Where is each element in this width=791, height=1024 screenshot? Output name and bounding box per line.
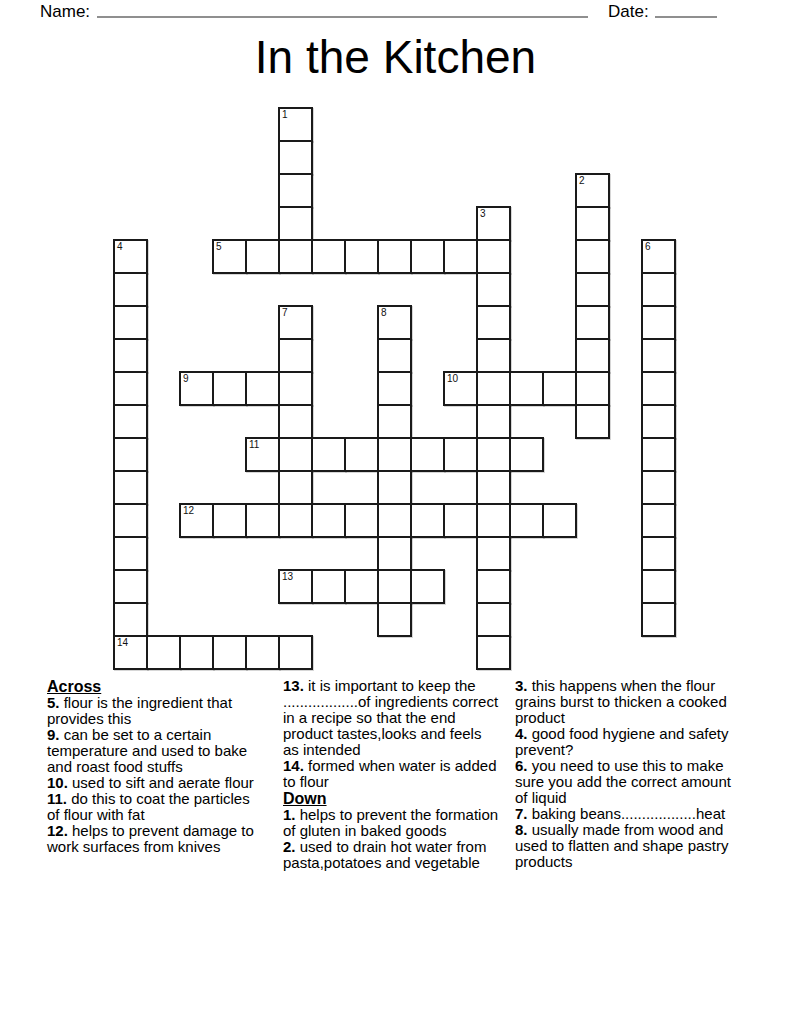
cell-r8c13[interactable] — [542, 371, 577, 406]
cell-r4c4[interactable] — [245, 239, 280, 274]
cell-r15c8[interactable] — [377, 602, 412, 637]
cell-r14c11[interactable] — [476, 569, 511, 604]
cell-r8c14[interactable] — [575, 371, 610, 406]
cell-number-1: 1 — [282, 109, 288, 121]
cell-r12c8[interactable] — [377, 503, 412, 538]
cell-r6c16[interactable] — [641, 305, 676, 340]
cell-r14c0[interactable] — [113, 569, 148, 604]
clue-number: 3. — [515, 677, 532, 694]
cell-r4c3[interactable]: 5 — [212, 239, 247, 274]
cell-r15c0[interactable] — [113, 602, 148, 637]
cell-r8c10[interactable]: 10 — [443, 371, 478, 406]
cell-r5c11[interactable] — [476, 272, 511, 307]
name-input-line[interactable] — [97, 0, 588, 18]
cell-r9c5[interactable] — [278, 404, 313, 439]
cell-r10c16[interactable] — [641, 437, 676, 472]
down-header: Down — [283, 790, 501, 807]
cell-r14c6[interactable] — [311, 569, 346, 604]
cell-r14c5[interactable]: 13 — [278, 569, 313, 604]
cell-r12c4[interactable] — [245, 503, 280, 538]
cell-r8c4[interactable] — [245, 371, 280, 406]
cell-r8c3[interactable] — [212, 371, 247, 406]
cell-r8c5[interactable] — [278, 371, 313, 406]
clue-number: 7. — [515, 805, 532, 822]
clue-number: 9. — [47, 726, 64, 743]
cell-r3c5[interactable] — [278, 206, 313, 241]
clue-number: 10. — [47, 774, 72, 791]
cell-r4c7[interactable] — [344, 239, 379, 274]
cell-number-9: 9 — [183, 373, 189, 385]
clue-down-8: 8. usually made from wood and used to fl… — [515, 822, 733, 870]
cell-number-2: 2 — [579, 175, 585, 187]
cell-r11c5[interactable] — [278, 470, 313, 505]
cell-r6c11[interactable] — [476, 305, 511, 340]
cell-r16c0[interactable]: 14 — [113, 635, 148, 670]
cell-r4c10[interactable] — [443, 239, 478, 274]
page-title: In the Kitchen — [0, 31, 791, 83]
clue-across-9: 9. can be set to a certain temperature a… — [47, 727, 265, 775]
clue-down-2: 2. used to drain hot water from pasta,po… — [283, 839, 501, 871]
cell-r13c8[interactable] — [377, 536, 412, 571]
cell-r8c8[interactable] — [377, 371, 412, 406]
cell-r12c12[interactable] — [509, 503, 544, 538]
cell-r7c5[interactable] — [278, 338, 313, 373]
clue-column-left: Across5. flour is the ingredient that pr… — [47, 678, 265, 855]
clue-number: 4. — [515, 725, 532, 742]
cell-number-12: 12 — [183, 505, 194, 517]
cell-r4c5[interactable] — [278, 239, 313, 274]
cell-number-4: 4 — [117, 241, 123, 253]
cell-number-7: 7 — [282, 307, 288, 319]
cell-r3c14[interactable] — [575, 206, 610, 241]
cell-r10c7[interactable] — [344, 437, 379, 472]
clue-across-5: 5. flour is the ingredient that provides… — [47, 695, 265, 727]
cell-r12c0[interactable] — [113, 503, 148, 538]
cell-r7c8[interactable] — [377, 338, 412, 373]
cell-r0c5[interactable]: 1 — [278, 107, 313, 142]
cell-r6c8[interactable]: 8 — [377, 305, 412, 340]
cell-r16c11[interactable] — [476, 635, 511, 670]
cell-r7c16[interactable] — [641, 338, 676, 373]
clue-number: 5. — [47, 694, 64, 711]
cell-r12c3[interactable] — [212, 503, 247, 538]
cell-r11c16[interactable] — [641, 470, 676, 505]
cell-r10c4[interactable]: 11 — [245, 437, 280, 472]
clue-down-6: 6. you need to use this to make sure you… — [515, 758, 733, 806]
cell-r16c1[interactable] — [146, 635, 181, 670]
cell-number-8: 8 — [381, 307, 387, 319]
cell-r4c16[interactable]: 6 — [641, 239, 676, 274]
clue-number: 6. — [515, 757, 532, 774]
cell-r8c11[interactable] — [476, 371, 511, 406]
cell-r13c0[interactable] — [113, 536, 148, 571]
cell-r16c4[interactable] — [245, 635, 280, 670]
cell-r12c10[interactable] — [443, 503, 478, 538]
clue-column-middle: 13. it is important to keep the ........… — [283, 678, 501, 871]
cell-r4c6[interactable] — [311, 239, 346, 274]
clue-down-3: 3. this happens when the flour grains bu… — [515, 678, 733, 726]
clue-number: 8. — [515, 821, 532, 838]
cell-r12c2[interactable]: 12 — [179, 503, 214, 538]
cell-r13c11[interactable] — [476, 536, 511, 571]
clue-column-right: 3. this happens when the flour grains bu… — [515, 678, 733, 870]
cell-r10c6[interactable] — [311, 437, 346, 472]
cell-r11c11[interactable] — [476, 470, 511, 505]
cell-r5c0[interactable] — [113, 272, 148, 307]
crossword-worksheet: Name: Date: In the Kitchen 1234567891011… — [0, 0, 791, 1024]
cell-r4c0[interactable]: 4 — [113, 239, 148, 274]
cell-r9c16[interactable] — [641, 404, 676, 439]
clue-down-1: 1. helps to prevent the formation of glu… — [283, 807, 501, 839]
cell-r16c5[interactable] — [278, 635, 313, 670]
cell-r4c9[interactable] — [410, 239, 445, 274]
cell-r10c12[interactable] — [509, 437, 544, 472]
cell-r4c11[interactable] — [476, 239, 511, 274]
cell-r9c8[interactable] — [377, 404, 412, 439]
clue-number: 13. — [283, 677, 308, 694]
cell-r10c5[interactable] — [278, 437, 313, 472]
cell-r7c14[interactable] — [575, 338, 610, 373]
clue-across-12: 12. helps to prevent damage to work surf… — [47, 823, 265, 855]
cell-r10c0[interactable] — [113, 437, 148, 472]
cell-r15c11[interactable] — [476, 602, 511, 637]
cell-r5c16[interactable] — [641, 272, 676, 307]
cell-number-11: 11 — [249, 439, 259, 451]
cell-r12c16[interactable] — [641, 503, 676, 538]
cell-r9c11[interactable] — [476, 404, 511, 439]
cell-r12c5[interactable] — [278, 503, 313, 538]
cell-r9c0[interactable] — [113, 404, 148, 439]
clue-down-4: 4. good food hygiene and safety prevent? — [515, 726, 733, 758]
clue-across-14: 14. formed when water is added to flour — [283, 758, 501, 790]
cell-r10c10[interactable] — [443, 437, 478, 472]
cell-number-6: 6 — [645, 241, 651, 253]
cell-r12c11[interactable] — [476, 503, 511, 538]
cell-r7c0[interactable] — [113, 338, 148, 373]
cell-r10c9[interactable] — [410, 437, 445, 472]
cell-number-13: 13 — [282, 571, 293, 583]
clue-number: 2. — [283, 838, 300, 855]
cell-r1c5[interactable] — [278, 140, 313, 175]
cell-r8c16[interactable] — [641, 371, 676, 406]
date-label: Date: — [608, 2, 649, 22]
cell-r6c5[interactable]: 7 — [278, 305, 313, 340]
cell-r6c14[interactable] — [575, 305, 610, 340]
clue-down-7: 7. baking beans..................heat — [515, 806, 733, 822]
cell-r12c13[interactable] — [542, 503, 577, 538]
cell-r14c8[interactable] — [377, 569, 412, 604]
cell-r2c5[interactable] — [278, 173, 313, 208]
clue-number: 14. — [283, 757, 308, 774]
clue-across-11: 11. do this to coat the particles of flo… — [47, 791, 265, 823]
cell-r13c16[interactable] — [641, 536, 676, 571]
cell-r3c11[interactable]: 3 — [476, 206, 511, 241]
clue-across-10: 10. used to sift and aerate flour — [47, 775, 265, 791]
cell-r10c11[interactable] — [476, 437, 511, 472]
cell-r14c9[interactable] — [410, 569, 445, 604]
cell-r2c14[interactable]: 2 — [575, 173, 610, 208]
clue-number: 11. — [47, 790, 71, 807]
date-input-line[interactable] — [655, 0, 717, 18]
cell-r4c8[interactable] — [377, 239, 412, 274]
cell-number-5: 5 — [216, 241, 222, 253]
cell-r12c6[interactable] — [311, 503, 346, 538]
cell-number-3: 3 — [480, 208, 486, 220]
crossword-grid: 1234567891011121314 — [113, 107, 676, 670]
clue-across-13: 13. it is important to keep the ........… — [283, 678, 501, 758]
cell-r8c12[interactable] — [509, 371, 544, 406]
cell-r12c9[interactable] — [410, 503, 445, 538]
cell-number-14: 14 — [117, 637, 128, 649]
clue-number: 1. — [283, 806, 300, 823]
cell-r10c8[interactable] — [377, 437, 412, 472]
cell-r15c16[interactable] — [641, 602, 676, 637]
cell-r14c16[interactable] — [641, 569, 676, 604]
cell-r11c8[interactable] — [377, 470, 412, 505]
cell-r9c14[interactable] — [575, 404, 610, 439]
cell-r7c11[interactable] — [476, 338, 511, 373]
cell-number-10: 10 — [447, 373, 458, 385]
cell-r5c14[interactable] — [575, 272, 610, 307]
across-header: Across — [47, 678, 265, 695]
cell-r4c14[interactable] — [575, 239, 610, 274]
cell-r11c0[interactable] — [113, 470, 148, 505]
cell-r12c7[interactable] — [344, 503, 379, 538]
name-label: Name: — [40, 2, 90, 22]
cell-r6c0[interactable] — [113, 305, 148, 340]
clue-number: 12. — [47, 822, 72, 839]
cell-r14c7[interactable] — [344, 569, 379, 604]
cell-r8c2[interactable]: 9 — [179, 371, 214, 406]
cell-r16c2[interactable] — [179, 635, 214, 670]
cell-r16c3[interactable] — [212, 635, 247, 670]
cell-r8c0[interactable] — [113, 371, 148, 406]
